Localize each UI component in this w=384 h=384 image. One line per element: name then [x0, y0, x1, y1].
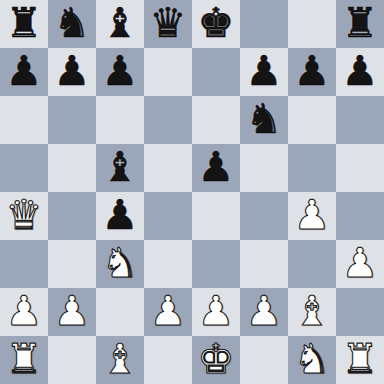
square-b1[interactable]	[48, 336, 96, 384]
white-queen[interactable]: ♛	[6, 195, 43, 236]
white-knight[interactable]: ♞	[294, 339, 331, 380]
white-pawn[interactable]: ♟	[246, 291, 283, 332]
square-f2[interactable]: ♟	[240, 288, 288, 336]
white-rook[interactable]: ♜	[342, 339, 379, 380]
square-h2[interactable]	[336, 288, 384, 336]
square-a7[interactable]: ♟	[0, 48, 48, 96]
square-a6[interactable]	[0, 96, 48, 144]
black-bishop[interactable]: ♝	[102, 147, 139, 188]
square-g3[interactable]	[288, 240, 336, 288]
square-f8[interactable]	[240, 0, 288, 48]
square-h1[interactable]: ♜	[336, 336, 384, 384]
square-c1[interactable]: ♝	[96, 336, 144, 384]
square-f4[interactable]	[240, 192, 288, 240]
square-a4[interactable]: ♛	[0, 192, 48, 240]
square-a8[interactable]: ♜	[0, 0, 48, 48]
black-knight[interactable]: ♞	[54, 3, 91, 44]
square-e7[interactable]	[192, 48, 240, 96]
white-pawn[interactable]: ♟	[198, 291, 235, 332]
square-c5[interactable]: ♝	[96, 144, 144, 192]
black-king[interactable]: ♚	[198, 3, 235, 44]
square-d2[interactable]: ♟	[144, 288, 192, 336]
square-d5[interactable]	[144, 144, 192, 192]
square-b2[interactable]: ♟	[48, 288, 96, 336]
square-a5[interactable]	[0, 144, 48, 192]
square-e2[interactable]: ♟	[192, 288, 240, 336]
square-e4[interactable]	[192, 192, 240, 240]
white-king[interactable]: ♚	[198, 339, 235, 380]
square-c4[interactable]: ♟	[96, 192, 144, 240]
white-pawn[interactable]: ♟	[342, 243, 379, 284]
square-d4[interactable]	[144, 192, 192, 240]
square-d7[interactable]	[144, 48, 192, 96]
square-g8[interactable]	[288, 0, 336, 48]
square-g1[interactable]: ♞	[288, 336, 336, 384]
black-pawn[interactable]: ♟	[294, 51, 331, 92]
square-c7[interactable]: ♟	[96, 48, 144, 96]
chess-board: ♜♞♝♛♚♜♟♟♟♟♟♟♞♝♟♛♟♟♞♟♟♟♟♟♟♝♜♝♚♞♜	[0, 0, 384, 384]
square-h7[interactable]: ♟	[336, 48, 384, 96]
square-c8[interactable]: ♝	[96, 0, 144, 48]
square-f5[interactable]	[240, 144, 288, 192]
square-e5[interactable]: ♟	[192, 144, 240, 192]
black-pawn[interactable]: ♟	[102, 51, 139, 92]
black-rook[interactable]: ♜	[6, 3, 43, 44]
square-h8[interactable]: ♜	[336, 0, 384, 48]
square-d3[interactable]	[144, 240, 192, 288]
square-d6[interactable]	[144, 96, 192, 144]
square-h4[interactable]	[336, 192, 384, 240]
black-pawn[interactable]: ♟	[102, 195, 139, 236]
square-a2[interactable]: ♟	[0, 288, 48, 336]
square-e1[interactable]: ♚	[192, 336, 240, 384]
square-b5[interactable]	[48, 144, 96, 192]
square-a1[interactable]: ♜	[0, 336, 48, 384]
black-pawn[interactable]: ♟	[6, 51, 43, 92]
square-e3[interactable]	[192, 240, 240, 288]
white-pawn[interactable]: ♟	[294, 195, 331, 236]
square-f7[interactable]: ♟	[240, 48, 288, 96]
square-b6[interactable]	[48, 96, 96, 144]
white-bishop[interactable]: ♝	[102, 339, 139, 380]
square-e6[interactable]	[192, 96, 240, 144]
black-pawn[interactable]: ♟	[246, 51, 283, 92]
black-pawn[interactable]: ♟	[54, 51, 91, 92]
black-rook[interactable]: ♜	[342, 3, 379, 44]
square-c3[interactable]: ♞	[96, 240, 144, 288]
white-pawn[interactable]: ♟	[150, 291, 187, 332]
square-e8[interactable]: ♚	[192, 0, 240, 48]
white-rook[interactable]: ♜	[6, 339, 43, 380]
square-d8[interactable]: ♛	[144, 0, 192, 48]
square-b4[interactable]	[48, 192, 96, 240]
square-b7[interactable]: ♟	[48, 48, 96, 96]
square-h6[interactable]	[336, 96, 384, 144]
square-c6[interactable]	[96, 96, 144, 144]
square-a3[interactable]	[0, 240, 48, 288]
square-g4[interactable]: ♟	[288, 192, 336, 240]
black-queen[interactable]: ♛	[150, 3, 187, 44]
square-b3[interactable]	[48, 240, 96, 288]
white-pawn[interactable]: ♟	[6, 291, 43, 332]
square-f1[interactable]	[240, 336, 288, 384]
square-b8[interactable]: ♞	[48, 0, 96, 48]
square-g6[interactable]	[288, 96, 336, 144]
square-c2[interactable]	[96, 288, 144, 336]
square-f6[interactable]: ♞	[240, 96, 288, 144]
black-pawn[interactable]: ♟	[342, 51, 379, 92]
square-g2[interactable]: ♝	[288, 288, 336, 336]
black-pawn[interactable]: ♟	[198, 147, 235, 188]
black-knight[interactable]: ♞	[246, 99, 283, 140]
square-g5[interactable]	[288, 144, 336, 192]
square-d1[interactable]	[144, 336, 192, 384]
square-g7[interactable]: ♟	[288, 48, 336, 96]
square-f3[interactable]	[240, 240, 288, 288]
square-h5[interactable]	[336, 144, 384, 192]
black-bishop[interactable]: ♝	[102, 3, 139, 44]
white-pawn[interactable]: ♟	[54, 291, 91, 332]
white-bishop[interactable]: ♝	[294, 291, 331, 332]
square-h3[interactable]: ♟	[336, 240, 384, 288]
white-knight[interactable]: ♞	[102, 243, 139, 284]
